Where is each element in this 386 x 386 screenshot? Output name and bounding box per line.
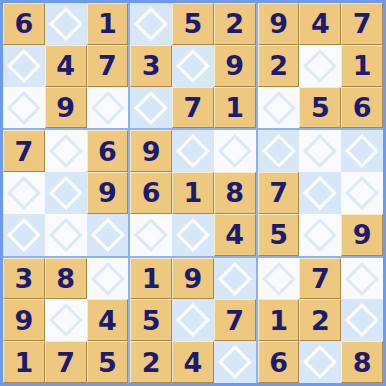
cell-r2c4: 3: [130, 45, 172, 87]
cell-r1c9: 7: [341, 3, 383, 45]
cell-r9c3: 5: [87, 341, 129, 383]
cell-r6c4[interactable]: [130, 214, 172, 256]
cell-r7c7[interactable]: [258, 258, 300, 300]
cell-r2c2: 4: [45, 45, 87, 87]
cell-r7c4: 1: [130, 258, 172, 300]
cell-r1c5: 5: [172, 3, 214, 45]
cell-r8c5[interactable]: [172, 299, 214, 341]
cell-r1c6: 2: [214, 3, 256, 45]
cell-r6c2[interactable]: [45, 214, 87, 256]
cell-r4c3: 6: [87, 130, 129, 172]
cell-r5c8[interactable]: [299, 172, 341, 214]
cell-r3c3[interactable]: [87, 87, 129, 129]
cell-r2c8[interactable]: [299, 45, 341, 87]
box-1-1: 61479: [3, 3, 128, 128]
cell-r6c5[interactable]: [172, 214, 214, 256]
cell-r7c8: 7: [299, 258, 341, 300]
cell-r4c8[interactable]: [299, 130, 341, 172]
cell-r9c5: 4: [172, 341, 214, 383]
cell-r6c8[interactable]: [299, 214, 341, 256]
cell-r3c9: 6: [341, 87, 383, 129]
cell-r6c3[interactable]: [87, 214, 129, 256]
box-3-1: 3894175: [3, 258, 128, 383]
cell-r9c7: 6: [258, 341, 300, 383]
cell-r9c9: 8: [341, 341, 383, 383]
box-2-3: 759: [258, 130, 383, 255]
cell-r8c8: 2: [299, 299, 341, 341]
cell-r1c8: 4: [299, 3, 341, 45]
cell-r8c6: 7: [214, 299, 256, 341]
cell-r5c2[interactable]: [45, 172, 87, 214]
cell-r7c5: 9: [172, 258, 214, 300]
cell-r1c3: 1: [87, 3, 129, 45]
cell-r4c6[interactable]: [214, 130, 256, 172]
cell-r4c7[interactable]: [258, 130, 300, 172]
cell-r9c1: 1: [3, 341, 45, 383]
cell-r4c1: 7: [3, 130, 45, 172]
cell-r8c2[interactable]: [45, 299, 87, 341]
cell-r1c4[interactable]: [130, 3, 172, 45]
cell-r2c7: 2: [258, 45, 300, 87]
cell-r8c7: 1: [258, 299, 300, 341]
cell-r9c6[interactable]: [214, 341, 256, 383]
cell-r5c3: 9: [87, 172, 129, 214]
cell-r9c4: 2: [130, 341, 172, 383]
cell-r8c9[interactable]: [341, 299, 383, 341]
cell-r6c9: 9: [341, 214, 383, 256]
cell-r8c1: 9: [3, 299, 45, 341]
cell-r3c5: 7: [172, 87, 214, 129]
cell-r1c1: 6: [3, 3, 45, 45]
cell-r3c7[interactable]: [258, 87, 300, 129]
cell-r4c2[interactable]: [45, 130, 87, 172]
cell-r7c3[interactable]: [87, 258, 129, 300]
cell-r7c6[interactable]: [214, 258, 256, 300]
cell-r2c9: 1: [341, 45, 383, 87]
cell-r7c1: 3: [3, 258, 45, 300]
cell-r5c7: 7: [258, 172, 300, 214]
cell-r6c1[interactable]: [3, 214, 45, 256]
box-1-3: 9472156: [258, 3, 383, 128]
box-3-2: 195724: [130, 258, 255, 383]
cell-r6c7: 5: [258, 214, 300, 256]
box-1-2: 523971: [130, 3, 255, 128]
cell-r3c4[interactable]: [130, 87, 172, 129]
cell-r1c7: 9: [258, 3, 300, 45]
cell-r9c2: 7: [45, 341, 87, 383]
cell-r2c5[interactable]: [172, 45, 214, 87]
cell-r1c2[interactable]: [45, 3, 87, 45]
box-2-1: 769: [3, 130, 128, 255]
box-2-2: 96184: [130, 130, 255, 255]
cell-r2c1[interactable]: [3, 45, 45, 87]
cell-r3c1[interactable]: [3, 87, 45, 129]
cell-r9c8[interactable]: [299, 341, 341, 383]
box-3-3: 71268: [258, 258, 383, 383]
cell-r8c3: 4: [87, 299, 129, 341]
cell-r4c5[interactable]: [172, 130, 214, 172]
cell-r8c4: 5: [130, 299, 172, 341]
cell-r6c6: 4: [214, 214, 256, 256]
cell-r5c6: 8: [214, 172, 256, 214]
cell-r3c2: 9: [45, 87, 87, 129]
sudoku-board: 6147952397194721567699618475938941751957…: [0, 0, 386, 386]
cell-r2c6: 9: [214, 45, 256, 87]
cell-r4c9[interactable]: [341, 130, 383, 172]
cell-r7c9[interactable]: [341, 258, 383, 300]
cell-r7c2: 8: [45, 258, 87, 300]
cell-r3c8: 5: [299, 87, 341, 129]
cell-r5c5: 1: [172, 172, 214, 214]
cell-r5c1[interactable]: [3, 172, 45, 214]
cell-r3c6: 1: [214, 87, 256, 129]
cell-r5c9[interactable]: [341, 172, 383, 214]
cell-r5c4: 6: [130, 172, 172, 214]
cell-r2c3: 7: [87, 45, 129, 87]
cell-r4c4: 9: [130, 130, 172, 172]
